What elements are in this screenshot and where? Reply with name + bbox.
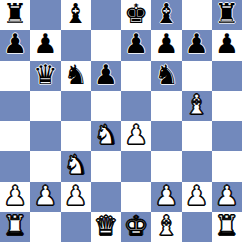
square-b7[interactable]: ♟: [30, 30, 60, 60]
piece-black-rook[interactable]: ♜: [215, 0, 239, 29]
square-d1[interactable]: ♛: [91, 212, 121, 242]
piece-black-pawn[interactable]: ♟: [33, 30, 57, 59]
piece-white-knight[interactable]: ♞: [64, 151, 88, 180]
square-f4[interactable]: [151, 121, 181, 151]
square-a5[interactable]: [0, 91, 30, 121]
piece-black-pawn[interactable]: ♟: [94, 61, 118, 90]
square-b4[interactable]: [30, 121, 60, 151]
piece-white-bishop[interactable]: ♝: [154, 212, 178, 241]
piece-white-pawn[interactable]: ♟: [154, 182, 178, 211]
square-c3[interactable]: ♞: [61, 151, 91, 181]
square-c2[interactable]: ♟: [61, 182, 91, 212]
square-a4[interactable]: [0, 121, 30, 151]
square-f7[interactable]: ♟: [151, 30, 181, 60]
chess-board: ♜♝♚♝♜♟♟♟♟♟♟♛♞♟♞♝♞♟♞♟♟♟♟♟♟♜♛♚♝♜: [0, 0, 242, 242]
piece-white-king[interactable]: ♚: [124, 212, 148, 241]
square-h6[interactable]: [212, 61, 242, 91]
square-e3[interactable]: [121, 151, 151, 181]
square-g6[interactable]: [182, 61, 212, 91]
square-g5[interactable]: ♝: [182, 91, 212, 121]
piece-white-knight[interactable]: ♞: [94, 121, 118, 150]
square-h5[interactable]: [212, 91, 242, 121]
square-c4[interactable]: [61, 121, 91, 151]
square-g1[interactable]: [182, 212, 212, 242]
square-a3[interactable]: [0, 151, 30, 181]
square-g8[interactable]: [182, 0, 212, 30]
square-f3[interactable]: [151, 151, 181, 181]
square-h2[interactable]: ♟: [212, 182, 242, 212]
square-a8[interactable]: ♜: [0, 0, 30, 30]
square-e6[interactable]: [121, 61, 151, 91]
square-h7[interactable]: ♟: [212, 30, 242, 60]
piece-white-rook[interactable]: ♜: [215, 212, 239, 241]
piece-black-pawn[interactable]: ♟: [215, 30, 239, 59]
square-c7[interactable]: [61, 30, 91, 60]
square-f2[interactable]: ♟: [151, 182, 181, 212]
square-h4[interactable]: [212, 121, 242, 151]
square-c5[interactable]: [61, 91, 91, 121]
piece-white-pawn[interactable]: ♟: [215, 182, 239, 211]
piece-white-rook[interactable]: ♜: [3, 212, 27, 241]
piece-black-pawn[interactable]: ♟: [185, 30, 209, 59]
square-f5[interactable]: [151, 91, 181, 121]
square-d3[interactable]: [91, 151, 121, 181]
square-b8[interactable]: [30, 0, 60, 30]
piece-black-knight[interactable]: ♞: [154, 61, 178, 90]
square-e8[interactable]: ♚: [121, 0, 151, 30]
piece-white-pawn[interactable]: ♟: [64, 182, 88, 211]
square-a6[interactable]: [0, 61, 30, 91]
square-g2[interactable]: ♟: [182, 182, 212, 212]
square-b3[interactable]: [30, 151, 60, 181]
square-c6[interactable]: ♞: [61, 61, 91, 91]
piece-black-queen[interactable]: ♛: [33, 61, 57, 90]
piece-black-bishop[interactable]: ♝: [64, 0, 88, 29]
square-a2[interactable]: ♟: [0, 182, 30, 212]
piece-black-pawn[interactable]: ♟: [3, 30, 27, 59]
square-f1[interactable]: ♝: [151, 212, 181, 242]
square-a7[interactable]: ♟: [0, 30, 30, 60]
square-f6[interactable]: ♞: [151, 61, 181, 91]
piece-white-pawn[interactable]: ♟: [185, 182, 209, 211]
square-d7[interactable]: [91, 30, 121, 60]
square-d8[interactable]: [91, 0, 121, 30]
square-f8[interactable]: ♝: [151, 0, 181, 30]
square-g3[interactable]: [182, 151, 212, 181]
piece-white-queen[interactable]: ♛: [94, 212, 118, 241]
square-d5[interactable]: [91, 91, 121, 121]
square-d6[interactable]: ♟: [91, 61, 121, 91]
piece-white-pawn[interactable]: ♟: [3, 182, 27, 211]
piece-black-rook[interactable]: ♜: [3, 0, 27, 29]
square-h1[interactable]: ♜: [212, 212, 242, 242]
square-e5[interactable]: [121, 91, 151, 121]
square-e4[interactable]: ♟: [121, 121, 151, 151]
piece-white-pawn[interactable]: ♟: [124, 121, 148, 150]
square-a1[interactable]: ♜: [0, 212, 30, 242]
square-g7[interactable]: ♟: [182, 30, 212, 60]
piece-black-pawn[interactable]: ♟: [154, 30, 178, 59]
square-h3[interactable]: [212, 151, 242, 181]
square-d2[interactable]: [91, 182, 121, 212]
square-e2[interactable]: [121, 182, 151, 212]
square-c8[interactable]: ♝: [61, 0, 91, 30]
square-b6[interactable]: ♛: [30, 61, 60, 91]
piece-black-knight[interactable]: ♞: [64, 61, 88, 90]
square-c1[interactable]: [61, 212, 91, 242]
piece-white-pawn[interactable]: ♟: [33, 182, 57, 211]
square-e1[interactable]: ♚: [121, 212, 151, 242]
piece-black-king[interactable]: ♚: [124, 0, 148, 29]
square-b2[interactable]: ♟: [30, 182, 60, 212]
square-d4[interactable]: ♞: [91, 121, 121, 151]
square-g4[interactable]: [182, 121, 212, 151]
piece-black-bishop[interactable]: ♝: [154, 0, 178, 29]
square-e7[interactable]: ♟: [121, 30, 151, 60]
square-b5[interactable]: [30, 91, 60, 121]
piece-black-pawn[interactable]: ♟: [124, 30, 148, 59]
piece-white-bishop[interactable]: ♝: [185, 91, 209, 120]
square-b1[interactable]: [30, 212, 60, 242]
square-h8[interactable]: ♜: [212, 0, 242, 30]
